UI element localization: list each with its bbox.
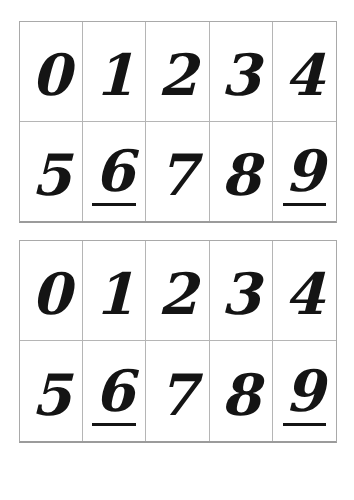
- card-digit: 8: [221, 140, 261, 203]
- card-digit: 4: [285, 259, 325, 322]
- card-digit-underlined: 6: [92, 356, 136, 426]
- card-digit: 5: [31, 360, 71, 423]
- card-digit: 5: [31, 140, 71, 203]
- number-card: 8: [210, 122, 273, 222]
- card-digit-underlined: 6: [92, 136, 136, 206]
- number-card: 9: [273, 122, 336, 222]
- number-card: 1: [83, 241, 146, 341]
- flashcard-sheet: 0123456789 0123456789: [0, 0, 354, 500]
- number-card: 0: [20, 22, 83, 122]
- number-card: 5: [20, 122, 83, 222]
- number-card: 3: [210, 22, 273, 122]
- card-digit: 0: [31, 40, 71, 103]
- number-card: 4: [273, 22, 336, 122]
- card-digit: 4: [285, 40, 325, 103]
- number-card: 1: [83, 22, 146, 122]
- number-card: 7: [146, 341, 209, 441]
- card-digit: 7: [158, 140, 198, 203]
- card-digit: 2: [158, 40, 198, 103]
- number-card: 2: [146, 22, 209, 122]
- card-digit-underlined: 9: [283, 356, 327, 426]
- number-card: 6: [83, 122, 146, 222]
- number-card: 4: [273, 241, 336, 341]
- number-card: 0: [20, 241, 83, 341]
- number-card: 2: [146, 241, 209, 341]
- card-digit: 3: [221, 259, 261, 322]
- number-card: 3: [210, 241, 273, 341]
- card-digit: 8: [221, 360, 261, 423]
- number-card: 5: [20, 341, 83, 441]
- card-digit: 3: [221, 40, 261, 103]
- card-digit: 1: [94, 259, 134, 322]
- card-digit: 0: [31, 259, 71, 322]
- number-card: 6: [83, 341, 146, 441]
- number-card: 8: [210, 341, 273, 441]
- number-card: 7: [146, 122, 209, 222]
- card-digit-underlined: 9: [283, 136, 327, 206]
- card-digit: 7: [158, 360, 198, 423]
- card-digit: 1: [94, 40, 134, 103]
- top-card-grid: 0123456789: [19, 21, 337, 223]
- bottom-card-grid: 0123456789: [19, 240, 337, 443]
- number-card: 9: [273, 341, 336, 441]
- card-digit: 2: [158, 259, 198, 322]
